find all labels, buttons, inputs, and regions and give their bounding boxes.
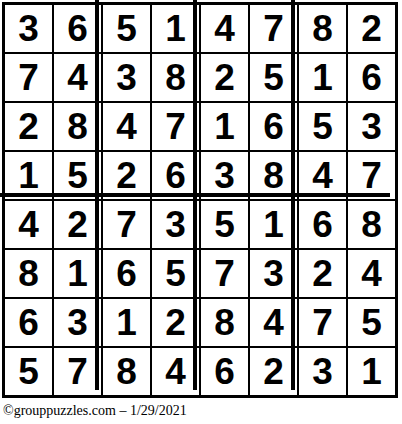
cell-r1c3: 5 <box>103 5 150 52</box>
cell-r6c2: 1 <box>54 250 101 297</box>
cell-r4c8: 7 <box>348 152 395 199</box>
cell-r2c2: 4 <box>54 54 101 101</box>
cell-r1c6: 7 <box>250 5 297 52</box>
cell-r5c2: 2 <box>54 201 101 248</box>
cell-r1c7: 8 <box>299 5 346 52</box>
cell-r2c1: 7 <box>5 54 52 101</box>
cell-r6c7: 2 <box>299 250 346 297</box>
cell-r8c5: 6 <box>201 348 248 395</box>
cell-r5c6: 1 <box>250 201 297 248</box>
cell-r7c1: 6 <box>5 299 52 346</box>
cell-r4c4: 6 <box>152 152 199 199</box>
cell-r2c8: 6 <box>348 54 395 101</box>
cell-r7c7: 7 <box>299 299 346 346</box>
cell-r3c3: 4 <box>103 103 150 150</box>
cell-r8c2: 7 <box>54 348 101 395</box>
cell-r7c8: 5 <box>348 299 395 346</box>
cell-r7c3: 1 <box>103 299 150 346</box>
cell-r7c6: 4 <box>250 299 297 346</box>
cell-r3c1: 2 <box>5 103 52 150</box>
cell-r4c7: 4 <box>299 152 346 199</box>
cell-r3c6: 6 <box>250 103 297 150</box>
cell-r6c8: 4 <box>348 250 395 297</box>
cell-r6c5: 7 <box>201 250 248 297</box>
cell-r5c5: 5 <box>201 201 248 248</box>
cell-r5c1: 4 <box>5 201 52 248</box>
cell-r5c7: 6 <box>299 201 346 248</box>
cell-r4c5: 3 <box>201 152 248 199</box>
cell-r1c8: 2 <box>348 5 395 52</box>
cell-r1c4: 1 <box>152 5 199 52</box>
cell-r2c5: 2 <box>201 54 248 101</box>
cell-r8c4: 4 <box>152 348 199 395</box>
cell-r8c1: 5 <box>5 348 52 395</box>
cell-r5c4: 3 <box>152 201 199 248</box>
cell-r1c1: 3 <box>5 5 52 52</box>
copyright-credit: ©grouppuzzles.com – 1/29/2021 <box>3 403 187 419</box>
cell-r2c3: 3 <box>103 54 150 101</box>
cell-r3c2: 8 <box>54 103 101 150</box>
cell-r6c3: 6 <box>103 250 150 297</box>
cell-r3c7: 5 <box>299 103 346 150</box>
cell-r3c4: 7 <box>152 103 199 150</box>
cell-r8c8: 1 <box>348 348 395 395</box>
cell-r4c1: 1 <box>5 152 52 199</box>
cell-r6c1: 8 <box>5 250 52 297</box>
cell-r2c4: 8 <box>152 54 199 101</box>
cell-r2c7: 1 <box>299 54 346 101</box>
cell-r1c2: 6 <box>54 5 101 52</box>
cell-r2c6: 5 <box>250 54 297 101</box>
cell-r4c6: 8 <box>250 152 297 199</box>
puzzle-page: 3651478274382516284716531526384742735168… <box>0 0 402 424</box>
cell-r4c2: 5 <box>54 152 101 199</box>
cell-r8c7: 3 <box>299 348 346 395</box>
cell-r6c4: 5 <box>152 250 199 297</box>
cell-r5c3: 7 <box>103 201 150 248</box>
cell-r8c3: 8 <box>103 348 150 395</box>
cell-r7c5: 8 <box>201 299 248 346</box>
cell-r1c5: 4 <box>201 5 248 52</box>
cell-r3c5: 1 <box>201 103 248 150</box>
cell-r5c8: 8 <box>348 201 395 248</box>
cell-r3c8: 3 <box>348 103 395 150</box>
cell-r6c6: 3 <box>250 250 297 297</box>
sudoku-board: 3651478274382516284716531526384742735168… <box>2 2 398 398</box>
cell-r7c2: 3 <box>54 299 101 346</box>
cell-r7c4: 2 <box>152 299 199 346</box>
cell-r8c6: 2 <box>250 348 297 395</box>
cell-r4c3: 2 <box>103 152 150 199</box>
